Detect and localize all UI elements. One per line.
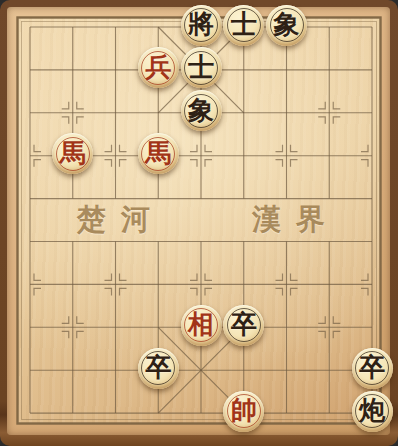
piece-black-soldier[interactable]: 卒	[138, 348, 179, 389]
piece-glyph: 卒	[145, 355, 171, 381]
piece-glyph: 士	[188, 55, 214, 81]
piece-red-horse[interactable]: 馬	[52, 133, 93, 174]
piece-black-cannon[interactable]: 炮	[352, 391, 393, 432]
piece-black-elephant[interactable]: 象	[181, 90, 222, 131]
piece-red-elephant[interactable]: 相	[181, 305, 222, 346]
piece-glyph: 馬	[60, 141, 86, 167]
piece-red-horse[interactable]: 馬	[138, 133, 179, 174]
piece-red-general[interactable]: 帥	[223, 391, 264, 432]
piece-glyph: 士	[231, 12, 257, 38]
piece-red-soldier[interactable]: 兵	[138, 47, 179, 88]
piece-glyph: 卒	[359, 355, 385, 381]
piece-black-soldier[interactable]: 卒	[352, 348, 393, 389]
piece-glyph: 兵	[145, 55, 171, 81]
piece-black-advisor[interactable]: 士	[181, 47, 222, 88]
pieces-layer: 將士象兵士象馬馬相卒卒卒帥炮	[0, 0, 398, 446]
piece-glyph: 將	[188, 12, 214, 38]
piece-black-general[interactable]: 將	[181, 5, 222, 46]
piece-glyph: 炮	[359, 398, 385, 424]
piece-black-soldier[interactable]: 卒	[223, 305, 264, 346]
piece-glyph: 帥	[231, 398, 257, 424]
xiangqi-board: 楚河 漢界 將士象兵士象馬馬相卒卒卒帥炮	[0, 0, 398, 446]
piece-glyph: 卒	[231, 312, 257, 338]
piece-glyph: 象	[188, 98, 214, 124]
piece-black-elephant[interactable]: 象	[266, 5, 307, 46]
piece-glyph: 象	[274, 12, 300, 38]
piece-glyph: 相	[188, 312, 214, 338]
piece-glyph: 馬	[145, 141, 171, 167]
piece-black-advisor[interactable]: 士	[223, 5, 264, 46]
